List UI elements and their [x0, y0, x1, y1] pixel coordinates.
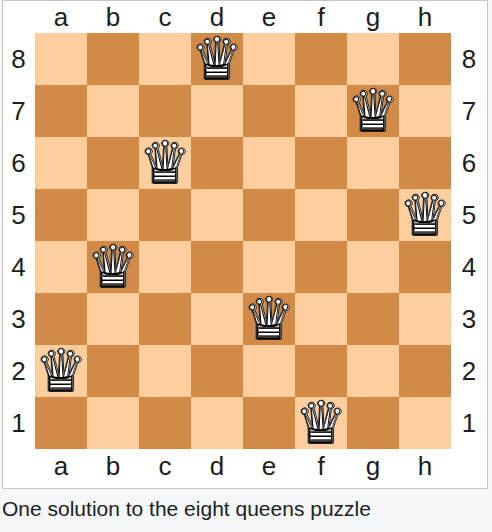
square-g6	[347, 137, 399, 189]
rank-label-6: 6	[451, 137, 487, 189]
square-e5	[243, 189, 295, 241]
square-a7	[35, 85, 87, 137]
file-labels-bottom: abcdefgh	[35, 451, 451, 481]
rank-label-1: 1	[451, 397, 487, 449]
square-e3: ♛♕	[243, 293, 295, 345]
square-e8	[243, 33, 295, 85]
rank-label-6: 6	[3, 137, 34, 189]
white-queen-e3: ♛♕	[243, 293, 295, 345]
square-d5	[191, 189, 243, 241]
rank-label-1: 1	[3, 397, 34, 449]
square-d3	[191, 293, 243, 345]
file-label-b: b	[87, 2, 139, 33]
square-h1	[399, 397, 451, 449]
square-b6	[87, 137, 139, 189]
file-labels-top: abcdefgh	[35, 2, 451, 32]
white-queen-g7: ♛♕	[347, 85, 399, 137]
white-queen-a2: ♛♕	[35, 345, 87, 397]
rank-label-8: 8	[3, 33, 34, 85]
rank-label-5: 5	[3, 189, 34, 241]
rank-labels-right: 87654321	[451, 33, 487, 449]
square-h7	[399, 85, 451, 137]
file-label-g: g	[347, 2, 399, 33]
square-a6	[35, 137, 87, 189]
square-c8	[139, 33, 191, 85]
queen-outline-icon: ♕	[139, 137, 191, 189]
rank-label-7: 7	[451, 85, 487, 137]
file-label-e: e	[243, 451, 295, 482]
rank-label-4: 4	[451, 241, 487, 293]
file-label-e: e	[243, 2, 295, 33]
square-g5	[347, 189, 399, 241]
file-label-a: a	[35, 451, 87, 482]
white-queen-c6: ♛♕	[139, 137, 191, 189]
file-label-c: c	[139, 2, 191, 33]
queen-outline-icon: ♕	[295, 397, 347, 449]
square-c1	[139, 397, 191, 449]
queen-outline-icon: ♕	[35, 345, 87, 397]
eight-queens-figure: abcdefgh 87654321 87654321 ♛♕♛♕♛♕♛♕♛♕♛♕♛…	[0, 0, 492, 532]
square-h8	[399, 33, 451, 85]
square-f5	[295, 189, 347, 241]
square-h2	[399, 345, 451, 397]
queen-outline-icon: ♕	[191, 33, 243, 85]
square-f1: ♛♕	[295, 397, 347, 449]
file-label-d: d	[191, 451, 243, 482]
chessboard-image[interactable]: abcdefgh 87654321 87654321 ♛♕♛♕♛♕♛♕♛♕♛♕♛…	[2, 0, 488, 489]
file-label-a: a	[35, 2, 87, 33]
queen-outline-icon: ♕	[243, 293, 295, 345]
square-a8	[35, 33, 87, 85]
rank-label-2: 2	[451, 345, 487, 397]
rank-label-3: 3	[451, 293, 487, 345]
square-f8	[295, 33, 347, 85]
square-e1	[243, 397, 295, 449]
square-g3	[347, 293, 399, 345]
white-queen-d8: ♛♕	[191, 33, 243, 85]
file-label-b: b	[87, 451, 139, 482]
square-d2	[191, 345, 243, 397]
square-d8: ♛♕	[191, 33, 243, 85]
rank-label-4: 4	[3, 241, 34, 293]
square-g1	[347, 397, 399, 449]
white-queen-b4: ♛♕	[87, 241, 139, 293]
square-h5: ♛♕	[399, 189, 451, 241]
square-g7: ♛♕	[347, 85, 399, 137]
square-b2	[87, 345, 139, 397]
file-label-h: h	[399, 2, 451, 33]
square-g4	[347, 241, 399, 293]
square-e2	[243, 345, 295, 397]
square-c5	[139, 189, 191, 241]
square-b1	[87, 397, 139, 449]
square-b4: ♛♕	[87, 241, 139, 293]
rank-label-3: 3	[3, 293, 34, 345]
queen-outline-icon: ♕	[87, 241, 139, 293]
square-d6	[191, 137, 243, 189]
square-e7	[243, 85, 295, 137]
caption: One solution to the eight queens puzzle	[2, 496, 490, 522]
rank-label-5: 5	[451, 189, 487, 241]
square-a2: ♛♕	[35, 345, 87, 397]
file-label-g: g	[347, 451, 399, 482]
square-b8	[87, 33, 139, 85]
square-f7	[295, 85, 347, 137]
file-label-c: c	[139, 451, 191, 482]
square-c4	[139, 241, 191, 293]
white-queen-h5: ♛♕	[399, 189, 451, 241]
file-label-f: f	[295, 2, 347, 33]
square-a5	[35, 189, 87, 241]
square-f6	[295, 137, 347, 189]
white-queen-f1: ♛♕	[295, 397, 347, 449]
square-a1	[35, 397, 87, 449]
queen-outline-icon: ♕	[399, 189, 451, 241]
square-h4	[399, 241, 451, 293]
rank-label-7: 7	[3, 85, 34, 137]
square-c3	[139, 293, 191, 345]
square-f3	[295, 293, 347, 345]
file-label-h: h	[399, 451, 451, 482]
square-a4	[35, 241, 87, 293]
square-e6	[243, 137, 295, 189]
queen-outline-icon: ♕	[347, 85, 399, 137]
square-d7	[191, 85, 243, 137]
rank-label-8: 8	[451, 33, 487, 85]
square-b3	[87, 293, 139, 345]
square-d4	[191, 241, 243, 293]
square-c6: ♛♕	[139, 137, 191, 189]
square-c2	[139, 345, 191, 397]
square-h3	[399, 293, 451, 345]
square-b7	[87, 85, 139, 137]
chessboard: ♛♕♛♕♛♕♛♕♛♕♛♕♛♕♛♕	[35, 33, 451, 449]
square-d1	[191, 397, 243, 449]
file-label-f: f	[295, 451, 347, 482]
rank-label-2: 2	[3, 345, 34, 397]
square-g2	[347, 345, 399, 397]
square-f4	[295, 241, 347, 293]
rank-labels-left: 87654321	[3, 33, 34, 449]
